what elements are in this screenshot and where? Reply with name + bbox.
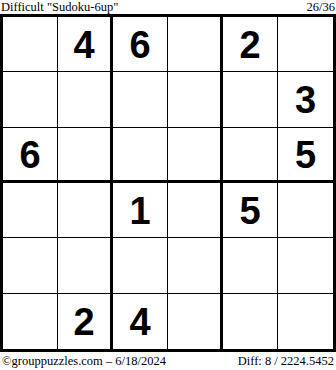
cell-r1c2[interactable]: 4 [58, 17, 113, 72]
cell-r4c6[interactable] [278, 183, 333, 238]
header: Difficult "Sudoku-6up" 26/36 [0, 0, 336, 14]
cell-r4c5[interactable]: 5 [223, 183, 278, 238]
difficulty-rating: Diff: 8 / 2224.5452 [238, 354, 334, 369]
cell-r1c6[interactable] [278, 17, 333, 72]
cell-r5c6[interactable] [278, 238, 333, 293]
cell-r3c1[interactable]: 6 [3, 128, 58, 183]
cell-r2c6[interactable]: 3 [278, 72, 333, 127]
cell-r6c3[interactable]: 4 [113, 294, 168, 349]
cell-r1c3[interactable]: 6 [113, 17, 168, 72]
cell-r4c1[interactable] [3, 183, 58, 238]
cell-r3c5[interactable] [223, 128, 278, 183]
cell-r1c5[interactable]: 2 [223, 17, 278, 72]
cell-r2c2[interactable] [58, 72, 113, 127]
cell-r3c6[interactable]: 5 [278, 128, 333, 183]
cell-r5c1[interactable] [3, 238, 58, 293]
cell-r6c6[interactable] [278, 294, 333, 349]
cell-r5c2[interactable] [58, 238, 113, 293]
cell-r4c4[interactable] [168, 183, 223, 238]
cell-r5c3[interactable] [113, 238, 168, 293]
cell-r2c5[interactable] [223, 72, 278, 127]
cell-r3c2[interactable] [58, 128, 113, 183]
puzzle-title: Difficult "Sudoku-6up" [1, 1, 118, 14]
cell-r1c4[interactable] [168, 17, 223, 72]
cell-r6c4[interactable] [168, 294, 223, 349]
copyright-date: ©grouppuzzles.com – 6/18/2024 [2, 354, 166, 369]
cell-r2c3[interactable] [113, 72, 168, 127]
cell-r2c4[interactable] [168, 72, 223, 127]
puzzle-page: Difficult "Sudoku-6up" 26/36 4623651524 … [0, 0, 336, 370]
cell-r5c4[interactable] [168, 238, 223, 293]
cell-r3c4[interactable] [168, 128, 223, 183]
cell-r5c5[interactable] [223, 238, 278, 293]
cell-r3c3[interactable] [113, 128, 168, 183]
puzzle-page-number: 26/36 [307, 1, 335, 14]
cell-r6c5[interactable] [223, 294, 278, 349]
footer: ©grouppuzzles.com – 6/18/2024 Diff: 8 / … [0, 352, 336, 370]
cell-r6c1[interactable] [3, 294, 58, 349]
cell-r4c3[interactable]: 1 [113, 183, 168, 238]
cell-r4c2[interactable] [58, 183, 113, 238]
cell-r2c1[interactable] [3, 72, 58, 127]
cell-r6c2[interactable]: 2 [58, 294, 113, 349]
cell-r1c1[interactable] [3, 17, 58, 72]
sudoku-board: 4623651524 [0, 14, 336, 352]
